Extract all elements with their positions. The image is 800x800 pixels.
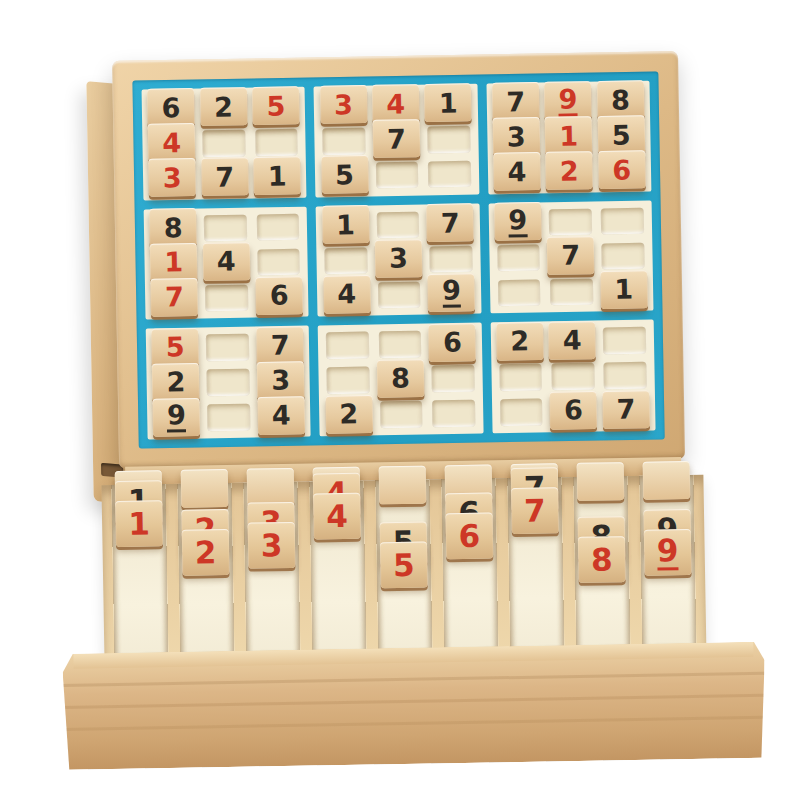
- empty-cell-recess: [255, 129, 298, 156]
- tile-digit: 7: [215, 163, 234, 190]
- tile-6-r7c6[interactable]: 6: [429, 323, 477, 362]
- tile-digit: 5: [266, 92, 285, 119]
- empty-cell-recess: [604, 362, 647, 389]
- cell-r4c8[interactable]: [546, 206, 595, 238]
- tile-2-r1c2[interactable]: 2: [200, 88, 248, 127]
- tile-digit: 6: [161, 94, 180, 121]
- tile-1-r4c4[interactable]: 1: [322, 205, 370, 244]
- tile-digit: 4: [337, 281, 356, 308]
- spare-tile-8[interactable]: 8: [578, 536, 626, 583]
- tile-digit: 9: [508, 206, 527, 237]
- cell-r2c6[interactable]: [424, 124, 473, 156]
- cell-r3c6[interactable]: [425, 158, 474, 190]
- cell-r1c9: 8: [596, 86, 645, 118]
- tile-7-r3c2[interactable]: 7: [201, 157, 249, 196]
- cell-r8c4[interactable]: [324, 365, 373, 397]
- empty-cell-recess: [205, 284, 248, 311]
- tile-digit: 4: [326, 500, 348, 531]
- cell-r1c6: 1: [424, 89, 473, 121]
- photo-tilt-wrapper: 6254371341757983154268147617349971572394…: [0, 0, 800, 800]
- empty-cell-recess: [601, 208, 644, 235]
- tile-1-r6c9[interactable]: 1: [600, 270, 648, 309]
- box-4: 81476: [144, 206, 309, 320]
- tile-digit: 1: [439, 89, 458, 116]
- tile-digit: 9: [657, 535, 679, 570]
- cell-r6c6: 9: [427, 278, 476, 310]
- empty-cell-recess: [322, 128, 365, 155]
- drawer-slot-2: 22: [177, 483, 234, 656]
- cell-r1c8: 9: [544, 87, 593, 119]
- tile-digit: 3: [271, 367, 290, 394]
- cell-r3c1: 3: [148, 163, 197, 195]
- tile-drawer-tray: 112233445566778899: [101, 475, 706, 657]
- tile-digit: 7: [387, 125, 406, 152]
- cell-r2c7: 3: [492, 122, 541, 154]
- cell-r6c2[interactable]: [202, 282, 251, 314]
- cell-r5c7[interactable]: [494, 242, 543, 274]
- empty-cell-recess: [207, 404, 250, 431]
- empty-cell-recess: [376, 211, 419, 238]
- tile-1-r2c8[interactable]: 1: [545, 116, 593, 155]
- tile-1-r3c3[interactable]: 1: [253, 156, 301, 195]
- cell-r5c2: 4: [202, 247, 251, 279]
- tile-digit: 4: [563, 327, 582, 354]
- tile-7-r6c1[interactable]: 7: [151, 278, 199, 317]
- cell-r9c4: 2: [324, 400, 373, 432]
- tile-8-r8c5[interactable]: 8: [377, 359, 425, 398]
- drawer-slot-5: 55: [375, 479, 432, 652]
- empty-cell-recess: [257, 214, 300, 241]
- cell-r7c4[interactable]: [323, 330, 372, 362]
- tile-3-r8c3[interactable]: 3: [257, 361, 305, 400]
- board-wood-frame: 6254371341757983154268147617349971572394…: [112, 51, 685, 469]
- tile-digit: 5: [612, 121, 631, 148]
- cell-r1c1: 6: [147, 94, 196, 126]
- empty-cell-recess: [326, 332, 369, 359]
- drawer-front-handle[interactable]: [62, 642, 766, 770]
- cell-r9c3: 4: [257, 401, 306, 433]
- spare-tile-1[interactable]: 1: [115, 500, 163, 547]
- cell-r9c9: 7: [601, 395, 650, 427]
- tile-digit: 6: [458, 520, 480, 551]
- empty-cell-recess: [551, 363, 594, 390]
- tile-9-r6c6[interactable]: 9: [428, 273, 476, 312]
- tile-digit: 7: [270, 332, 289, 359]
- tile-digit: 1: [268, 162, 287, 189]
- tile-5-r3c4[interactable]: 5: [321, 155, 369, 194]
- cell-r3c2: 7: [200, 162, 249, 194]
- tile-2-r8c1[interactable]: 2: [152, 363, 200, 402]
- cell-r7c6: 6: [428, 328, 477, 360]
- tile-8-r4c1[interactable]: 8: [149, 208, 197, 247]
- cell-r6c7[interactable]: [495, 277, 544, 309]
- cell-r1c7: 7: [491, 88, 540, 120]
- tile-3-r5c5[interactable]: 3: [375, 239, 423, 278]
- drawer-slot-8: 88: [573, 476, 630, 649]
- sudoku-board: 6254371341757983154268147617349971572394…: [142, 81, 656, 440]
- tile-2-r9c4[interactable]: 2: [325, 395, 373, 434]
- tile-digit: 6: [564, 396, 583, 423]
- cell-r6c4: 4: [322, 280, 371, 312]
- tile-5-r7c1[interactable]: 5: [151, 328, 199, 367]
- spare-tile-3[interactable]: 3: [248, 522, 296, 569]
- box-5: 17349: [316, 203, 481, 317]
- cell-r9c2[interactable]: [204, 402, 253, 434]
- empty-cell-recess: [432, 365, 475, 392]
- tile-digit: 6: [270, 282, 289, 309]
- tile-digit: 4: [272, 401, 291, 428]
- tile-2-r3c8[interactable]: 2: [546, 151, 594, 190]
- empty-cell-recess: [602, 242, 645, 269]
- drawer-slot-3: 33: [243, 482, 300, 655]
- tile-digit: 3: [507, 123, 526, 150]
- cell-r6c5[interactable]: [375, 279, 424, 311]
- cell-r3c9: 6: [597, 155, 646, 187]
- tile-digit: 2: [214, 93, 233, 120]
- spare-tile-blank[interactable]: [247, 468, 295, 507]
- tile-5-r2c9[interactable]: 5: [597, 115, 645, 154]
- cell-r5c4[interactable]: [322, 245, 371, 277]
- empty-cell-recess: [206, 334, 249, 361]
- cell-r1c2: 2: [199, 93, 248, 125]
- tile-3-r2c7[interactable]: 3: [492, 117, 540, 156]
- tile-5-r1c3[interactable]: 5: [252, 87, 300, 126]
- cell-r7c7: 2: [495, 327, 544, 359]
- spare-tile-5[interactable]: 5: [380, 542, 428, 589]
- cell-r9c5[interactable]: [377, 399, 426, 431]
- spare-tile-2[interactable]: 2: [182, 529, 230, 576]
- cell-r9c7[interactable]: [497, 397, 546, 429]
- tile-digit: 8: [164, 214, 183, 241]
- tile-digit: 8: [591, 544, 613, 575]
- tile-7-r2c5[interactable]: 7: [373, 119, 421, 158]
- tile-6-r1c1[interactable]: 6: [147, 88, 195, 127]
- empty-cell-recess: [428, 161, 471, 188]
- board-blue-grid-border: 6254371341757983154268147617349971572394…: [132, 71, 664, 448]
- drawer-slot-9: 99: [639, 475, 696, 648]
- cell-r4c1: 8: [149, 213, 198, 245]
- drawer-slot-6: 66: [441, 478, 498, 651]
- cell-r9c6[interactable]: [429, 398, 478, 430]
- tile-digit: 4: [217, 248, 236, 275]
- empty-cell-recess: [325, 247, 368, 274]
- drawer-slot-4: 44: [309, 481, 366, 654]
- empty-cell-recess: [429, 245, 472, 272]
- cell-r8c7[interactable]: [496, 362, 545, 394]
- cell-r3c4: 5: [320, 160, 369, 192]
- cell-r7c8: 4: [548, 326, 597, 358]
- empty-cell-recess: [499, 364, 542, 391]
- tile-digit: 2: [195, 537, 217, 568]
- tile-digit: 1: [336, 211, 355, 238]
- spare-tile-7[interactable]: 7: [511, 487, 559, 534]
- spare-tile-blank[interactable]: [643, 461, 691, 500]
- tile-digit: 3: [389, 245, 408, 272]
- cell-r1c4: 3: [319, 91, 368, 123]
- tile-digit: 6: [443, 329, 462, 356]
- spare-tile-6[interactable]: 6: [445, 512, 493, 559]
- tile-digit: 5: [393, 549, 415, 580]
- cell-r5c8: 7: [546, 241, 595, 273]
- cell-r5c3[interactable]: [254, 246, 303, 278]
- sudoku-wooden-game: 6254371341757983154268147617349971572394…: [0, 0, 800, 800]
- box-3: 798315426: [486, 81, 651, 194]
- cell-r2c8: 1: [544, 121, 593, 153]
- cell-r8c9[interactable]: [601, 360, 650, 392]
- cell-r2c3[interactable]: [252, 127, 301, 159]
- tile-digit: 1: [559, 122, 578, 149]
- empty-cell-recess: [378, 331, 421, 358]
- tile-4-r6c4[interactable]: 4: [323, 275, 371, 314]
- empty-cell-recess: [432, 400, 475, 427]
- box-2: 34175: [314, 84, 479, 197]
- spare-tile-blank[interactable]: [379, 466, 427, 505]
- tile-digit: 7: [506, 88, 525, 115]
- tile-4-r7c8[interactable]: 4: [548, 321, 596, 360]
- cell-r5c5: 3: [374, 244, 423, 276]
- empty-cell-recess: [497, 244, 540, 271]
- tile-digit: 3: [334, 91, 353, 118]
- cell-r7c2[interactable]: [203, 332, 252, 364]
- cell-r6c8[interactable]: [547, 276, 596, 308]
- tile-2-r7c7[interactable]: 2: [496, 322, 544, 361]
- cell-r2c9: 5: [597, 121, 646, 153]
- empty-cell-recess: [257, 248, 300, 275]
- tile-digit: 4: [162, 129, 181, 156]
- box-1: 6254371: [142, 87, 307, 200]
- empty-cell-recess: [500, 399, 543, 426]
- cell-r8c6[interactable]: [429, 363, 478, 395]
- tile-digit: 3: [260, 530, 282, 561]
- tile-7-r1c7[interactable]: 7: [492, 82, 540, 121]
- cell-r4c6: 7: [426, 208, 475, 240]
- tile-9-r4c7[interactable]: 9: [494, 202, 542, 241]
- cell-r6c1: 7: [150, 283, 199, 315]
- tile-digit: 3: [163, 164, 182, 191]
- tile-7-r4c6[interactable]: 7: [427, 203, 475, 242]
- empty-cell-recess: [497, 279, 540, 306]
- cell-r4c2[interactable]: [201, 212, 250, 244]
- empty-cell-recess: [549, 208, 592, 235]
- tile-7-r5c8[interactable]: 7: [547, 236, 595, 275]
- tile-9-r9c1[interactable]: 9: [153, 398, 201, 437]
- tile-4-r1c5[interactable]: 4: [372, 85, 420, 124]
- cell-r5c1: 1: [149, 248, 198, 280]
- cell-r3c3: 1: [253, 161, 302, 193]
- tile-digit: 1: [614, 276, 633, 303]
- cell-r5c9[interactable]: [599, 240, 648, 272]
- cell-r3c5[interactable]: [373, 159, 422, 191]
- tile-digit: 6: [612, 156, 631, 183]
- tile-1-r5c1[interactable]: 1: [150, 243, 198, 282]
- tile-6-r6c3[interactable]: 6: [255, 276, 303, 315]
- cell-r7c5[interactable]: [376, 329, 425, 361]
- tile-3-r3c1[interactable]: 3: [148, 158, 196, 197]
- tile-digit: 5: [166, 333, 185, 360]
- cell-r4c4: 1: [321, 210, 370, 242]
- tile-digit: 4: [386, 90, 405, 117]
- empty-cell-recess: [550, 278, 593, 305]
- cell-r1c3: 5: [251, 92, 300, 124]
- tile-4-r9c3[interactable]: 4: [258, 396, 306, 435]
- tile-digit: 2: [339, 400, 358, 427]
- cell-r6c3: 6: [255, 281, 304, 313]
- box-8: 682: [318, 323, 483, 436]
- cell-r8c8[interactable]: [548, 361, 597, 393]
- wood-grain: [63, 672, 765, 687]
- drawer-slot-7: 77: [507, 477, 564, 650]
- spare-tile-4[interactable]: 4: [313, 493, 361, 540]
- cell-r2c4[interactable]: [320, 125, 369, 157]
- cell-r8c2[interactable]: [204, 367, 253, 399]
- cell-r9c8: 6: [549, 396, 598, 428]
- spare-tile-blank[interactable]: [577, 462, 625, 501]
- tile-digit: 1: [128, 508, 150, 539]
- drawer-slot-1: 11: [111, 484, 168, 657]
- tile-7-r9c9[interactable]: 7: [602, 390, 650, 429]
- spare-tile-blank[interactable]: [181, 469, 229, 508]
- cell-r4c9[interactable]: [598, 205, 647, 237]
- tile-digit: 9: [167, 401, 186, 432]
- cell-r1c5: 4: [371, 90, 420, 122]
- spare-tile-9[interactable]: 9: [644, 529, 692, 576]
- cell-r9c1: 9: [152, 403, 201, 435]
- tile-digit: 8: [611, 86, 630, 113]
- tile-digit: 2: [560, 157, 579, 184]
- tile-9-r1c8[interactable]: 9: [544, 82, 592, 121]
- empty-cell-recess: [204, 214, 247, 241]
- tile-digit: 9: [442, 277, 461, 308]
- empty-cell-recess: [376, 162, 419, 189]
- empty-cell-recess: [603, 327, 646, 354]
- cell-r4c7: 9: [493, 207, 542, 239]
- tile-digit: 7: [561, 242, 580, 269]
- tile-digit: 2: [166, 368, 185, 395]
- tile-digit: 7: [441, 209, 460, 236]
- cell-r7c9[interactable]: [600, 325, 649, 357]
- tile-digit: 4: [507, 158, 526, 185]
- box-6: 971: [488, 200, 653, 314]
- cell-r8c3: 3: [256, 366, 305, 398]
- cell-r2c2[interactable]: [200, 127, 249, 159]
- tile-digit: 2: [510, 327, 529, 354]
- tile-4-r5c2[interactable]: 4: [202, 242, 250, 281]
- empty-cell-recess: [378, 281, 421, 308]
- cell-r7c3: 7: [256, 331, 305, 363]
- tile-digit: 7: [165, 284, 184, 311]
- empty-cell-recess: [203, 130, 246, 157]
- cell-r5c6[interactable]: [426, 243, 475, 275]
- tile-6-r9c8[interactable]: 6: [550, 391, 598, 430]
- box-9: 2467: [490, 320, 655, 433]
- empty-cell-recess: [207, 369, 250, 396]
- cell-r2c1: 4: [147, 128, 196, 160]
- tile-digit: 9: [558, 85, 577, 116]
- empty-cell-recess: [380, 401, 423, 428]
- box-7: 572394: [146, 326, 311, 439]
- cell-r4c3[interactable]: [254, 211, 303, 243]
- empty-cell-recess: [427, 126, 470, 153]
- tile-digit: 8: [391, 364, 410, 391]
- cell-r2c5: 7: [372, 124, 421, 156]
- cell-r8c5: 8: [376, 364, 425, 396]
- tile-1-r1c6[interactable]: 1: [424, 84, 472, 123]
- tile-4-r2c1[interactable]: 4: [148, 123, 196, 162]
- tile-digit: 5: [335, 161, 354, 188]
- tile-8-r1c9[interactable]: 8: [597, 81, 645, 120]
- tile-digit: 1: [164, 249, 183, 276]
- cell-r6c9: 1: [599, 275, 648, 307]
- tile-3-r1c4[interactable]: 3: [320, 85, 368, 124]
- tile-7-r7c3[interactable]: 7: [256, 326, 304, 365]
- cell-r3c7: 4: [492, 157, 541, 189]
- cell-r7c1: 5: [151, 333, 200, 365]
- cell-r4c5[interactable]: [373, 209, 422, 241]
- tile-digit: 7: [524, 495, 546, 526]
- empty-cell-recess: [327, 367, 370, 394]
- tile-4-r3c7[interactable]: 4: [493, 152, 541, 191]
- tile-6-r3c9[interactable]: 6: [598, 150, 646, 189]
- tile-digit: 7: [616, 395, 635, 422]
- cell-r8c1: 2: [151, 368, 200, 400]
- cell-r3c8: 2: [545, 156, 594, 188]
